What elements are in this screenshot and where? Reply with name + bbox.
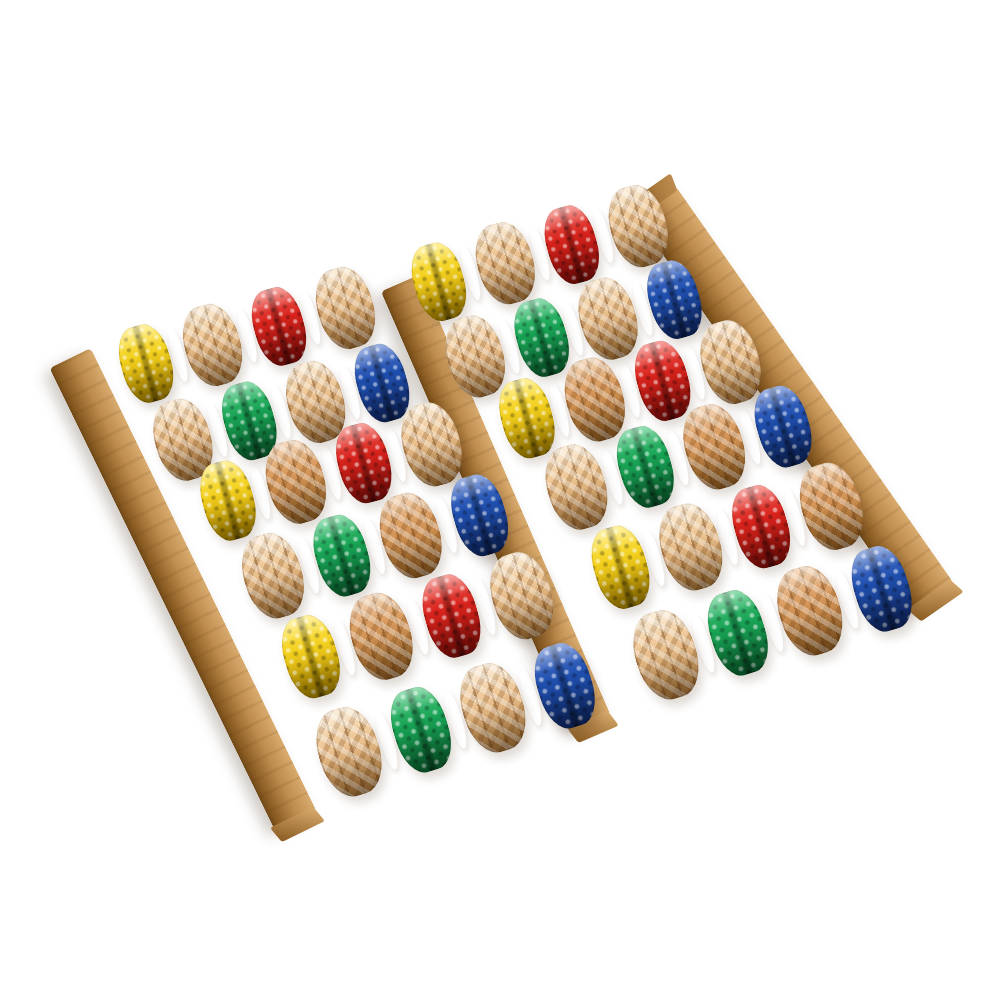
center-rail-gap xyxy=(551,570,595,592)
center-rail-gap xyxy=(407,360,448,381)
rail-left-end-face xyxy=(270,807,325,842)
center-rail-gap xyxy=(591,659,636,682)
product-photo-foot-massage-roller xyxy=(0,0,1000,1000)
center-rail-gap xyxy=(373,284,414,304)
center-rail-gap xyxy=(460,421,502,442)
center-rail-gap xyxy=(505,491,548,513)
